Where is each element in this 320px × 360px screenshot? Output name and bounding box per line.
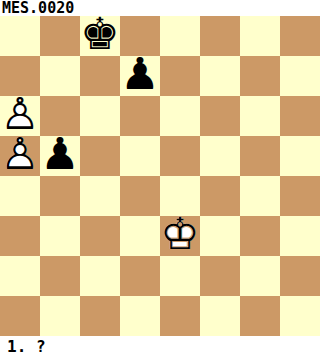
- square-g8[interactable]: [240, 16, 280, 56]
- square-d4[interactable]: [120, 176, 160, 216]
- square-c7[interactable]: [80, 56, 120, 96]
- square-h6[interactable]: [280, 96, 320, 136]
- square-e7[interactable]: [160, 56, 200, 96]
- square-d2[interactable]: [120, 256, 160, 296]
- chess-board: ♚♟♟♙♟♙♟♚♔: [0, 16, 320, 336]
- square-b2[interactable]: [40, 256, 80, 296]
- square-a4[interactable]: [0, 176, 40, 216]
- square-h7[interactable]: [280, 56, 320, 96]
- square-e3[interactable]: ♚♔: [160, 216, 200, 256]
- square-b7[interactable]: [40, 56, 80, 96]
- diagram-id-label: MES.0020: [2, 0, 74, 16]
- square-c4[interactable]: [80, 176, 120, 216]
- square-a5[interactable]: ♟♙: [0, 136, 40, 176]
- square-b3[interactable]: [40, 216, 80, 256]
- square-h8[interactable]: [280, 16, 320, 56]
- square-f4[interactable]: [200, 176, 240, 216]
- square-g1[interactable]: [240, 296, 280, 336]
- black-pawn[interactable]: ♟: [40, 136, 80, 176]
- square-c8[interactable]: ♚: [80, 16, 120, 56]
- square-b8[interactable]: [40, 16, 80, 56]
- square-e1[interactable]: [160, 296, 200, 336]
- black-pawn[interactable]: ♟: [120, 56, 160, 96]
- square-f8[interactable]: [200, 16, 240, 56]
- square-g3[interactable]: [240, 216, 280, 256]
- chess-diagram-page: MES.0020 ♚♟♟♙♟♙♟♚♔ 1. ?: [0, 0, 320, 360]
- square-a8[interactable]: [0, 16, 40, 56]
- square-c2[interactable]: [80, 256, 120, 296]
- square-c5[interactable]: [80, 136, 120, 176]
- square-a1[interactable]: [0, 296, 40, 336]
- square-d6[interactable]: [120, 96, 160, 136]
- black-king[interactable]: ♚: [80, 16, 120, 56]
- square-d1[interactable]: [120, 296, 160, 336]
- white-pawn[interactable]: ♟♙: [0, 136, 40, 176]
- square-d3[interactable]: [120, 216, 160, 256]
- move-prompt: 1. ?: [7, 336, 46, 360]
- square-c6[interactable]: [80, 96, 120, 136]
- square-f1[interactable]: [200, 296, 240, 336]
- square-g7[interactable]: [240, 56, 280, 96]
- square-h5[interactable]: [280, 136, 320, 176]
- square-g4[interactable]: [240, 176, 280, 216]
- square-h4[interactable]: [280, 176, 320, 216]
- square-b5[interactable]: ♟: [40, 136, 80, 176]
- square-e5[interactable]: [160, 136, 200, 176]
- square-h2[interactable]: [280, 256, 320, 296]
- square-h3[interactable]: [280, 216, 320, 256]
- white-king-glyph: ♔: [160, 214, 199, 254]
- square-e8[interactable]: [160, 16, 200, 56]
- square-b1[interactable]: [40, 296, 80, 336]
- white-king[interactable]: ♚♔: [160, 216, 200, 256]
- square-f7[interactable]: [200, 56, 240, 96]
- square-f5[interactable]: [200, 136, 240, 176]
- square-g6[interactable]: [240, 96, 280, 136]
- square-e6[interactable]: [160, 96, 200, 136]
- white-pawn-glyph: ♙: [0, 134, 39, 174]
- square-h1[interactable]: [280, 296, 320, 336]
- square-f6[interactable]: [200, 96, 240, 136]
- square-d5[interactable]: [120, 136, 160, 176]
- square-c3[interactable]: [80, 216, 120, 256]
- black-king-glyph: ♚: [80, 14, 119, 54]
- square-f2[interactable]: [200, 256, 240, 296]
- square-a2[interactable]: [0, 256, 40, 296]
- square-e2[interactable]: [160, 256, 200, 296]
- square-d7[interactable]: ♟: [120, 56, 160, 96]
- square-g5[interactable]: [240, 136, 280, 176]
- square-a3[interactable]: [0, 216, 40, 256]
- square-c1[interactable]: [80, 296, 120, 336]
- square-f3[interactable]: [200, 216, 240, 256]
- black-pawn-glyph: ♟: [120, 54, 159, 94]
- square-b4[interactable]: [40, 176, 80, 216]
- black-pawn-glyph: ♟: [40, 134, 79, 174]
- square-g2[interactable]: [240, 256, 280, 296]
